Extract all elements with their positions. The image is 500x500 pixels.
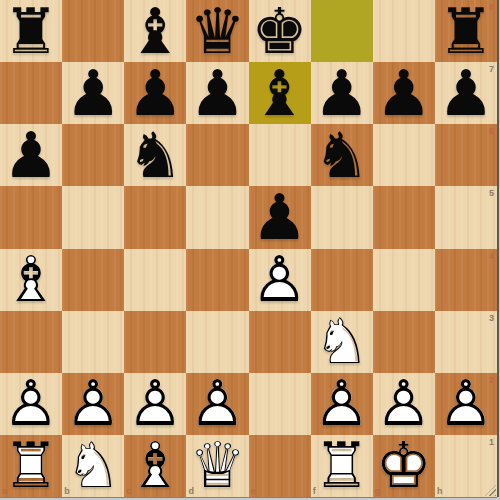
white-king-outline-icon: ♔ bbox=[376, 435, 432, 497]
square-c1[interactable]: ♝♗c bbox=[124, 435, 186, 497]
square-e3[interactable] bbox=[249, 311, 311, 373]
white-bishop-outline-icon: ♗ bbox=[3, 249, 59, 311]
piece-white-knight[interactable]: ♞♘ bbox=[65, 435, 121, 497]
square-d5[interactable] bbox=[186, 186, 248, 248]
square-f8[interactable] bbox=[311, 0, 373, 62]
piece-black-pawn[interactable]: ♟ bbox=[3, 124, 59, 186]
piece-black-bishop[interactable]: ♝ bbox=[127, 0, 183, 62]
piece-white-pawn[interactable]: ♟♙ bbox=[376, 373, 432, 435]
square-h5[interactable]: 5 bbox=[435, 186, 497, 248]
white-knight-outline-icon: ♘ bbox=[65, 435, 121, 497]
piece-black-rook[interactable]: ♜ bbox=[438, 0, 494, 62]
square-e1[interactable]: e bbox=[249, 435, 311, 497]
piece-white-king[interactable]: ♚♔ bbox=[376, 435, 432, 497]
square-d8[interactable]: ♛ bbox=[186, 0, 248, 62]
black-knight-icon: ♞ bbox=[313, 124, 369, 186]
white-rook-outline-icon: ♖ bbox=[313, 435, 369, 497]
square-f2[interactable]: ♟♙ bbox=[311, 373, 373, 435]
square-a6[interactable]: ♟ bbox=[0, 124, 62, 186]
black-pawn-icon: ♟ bbox=[438, 62, 494, 124]
piece-black-pawn[interactable]: ♟ bbox=[376, 62, 432, 124]
piece-black-pawn[interactable]: ♟ bbox=[65, 62, 121, 124]
square-e8[interactable]: ♚ bbox=[249, 0, 311, 62]
black-rook-icon: ♜ bbox=[438, 0, 494, 62]
square-c3[interactable] bbox=[124, 311, 186, 373]
piece-black-queen[interactable]: ♛ bbox=[189, 0, 245, 62]
square-b8[interactable] bbox=[62, 0, 124, 62]
square-g5[interactable] bbox=[373, 186, 435, 248]
piece-white-pawn[interactable]: ♟♙ bbox=[127, 373, 183, 435]
square-b7[interactable]: ♟ bbox=[62, 62, 124, 124]
square-a3[interactable] bbox=[0, 311, 62, 373]
white-pawn-outline-icon: ♙ bbox=[313, 373, 369, 435]
piece-black-pawn[interactable]: ♟ bbox=[127, 62, 183, 124]
square-d3[interactable] bbox=[186, 311, 248, 373]
square-f1[interactable]: ♜♖f bbox=[311, 435, 373, 497]
black-knight-icon: ♞ bbox=[127, 124, 183, 186]
square-a7[interactable] bbox=[0, 62, 62, 124]
rank-label-4: 4 bbox=[489, 251, 494, 261]
square-e6[interactable] bbox=[249, 124, 311, 186]
square-b3[interactable] bbox=[62, 311, 124, 373]
white-pawn-outline-icon: ♙ bbox=[3, 373, 59, 435]
piece-white-bishop[interactable]: ♝♗ bbox=[3, 249, 59, 311]
piece-black-pawn[interactable]: ♟ bbox=[189, 62, 245, 124]
square-c4[interactable] bbox=[124, 249, 186, 311]
square-d2[interactable]: ♟♙ bbox=[186, 373, 248, 435]
square-g8[interactable] bbox=[373, 0, 435, 62]
square-c6[interactable]: ♞ bbox=[124, 124, 186, 186]
white-pawn-outline-icon: ♙ bbox=[65, 373, 121, 435]
piece-black-bishop[interactable]: ♝ bbox=[251, 62, 307, 124]
square-h1[interactable]: 1h bbox=[435, 435, 497, 497]
square-a1[interactable]: ♜♖a bbox=[0, 435, 62, 497]
square-d6[interactable] bbox=[186, 124, 248, 186]
black-pawn-icon: ♟ bbox=[65, 62, 121, 124]
square-d7[interactable]: ♟ bbox=[186, 62, 248, 124]
square-f3[interactable]: ♞♘ bbox=[311, 311, 373, 373]
square-c2[interactable]: ♟♙ bbox=[124, 373, 186, 435]
piece-white-pawn[interactable]: ♟♙ bbox=[438, 373, 494, 435]
square-b1[interactable]: ♞♘b bbox=[62, 435, 124, 497]
white-pawn-outline-icon: ♙ bbox=[189, 373, 245, 435]
square-f4[interactable] bbox=[311, 249, 373, 311]
square-b2[interactable]: ♟♙ bbox=[62, 373, 124, 435]
white-pawn-outline-icon: ♙ bbox=[438, 373, 494, 435]
black-bishop-icon: ♝ bbox=[251, 62, 307, 124]
piece-black-pawn[interactable]: ♟ bbox=[438, 62, 494, 124]
black-pawn-icon: ♟ bbox=[376, 62, 432, 124]
piece-white-pawn[interactable]: ♟♙ bbox=[313, 373, 369, 435]
square-a5[interactable] bbox=[0, 186, 62, 248]
black-pawn-icon: ♟ bbox=[251, 186, 307, 248]
square-c5[interactable] bbox=[124, 186, 186, 248]
chess-board[interactable]: ♜♝♛♚♜8♟♟♟♝♟♟♟7♟♞♞6♟5♝♗♟♙4♞♘3♟♙♟♙♟♙♟♙♟♙♟♙… bbox=[0, 0, 497, 497]
black-bishop-icon: ♝ bbox=[127, 0, 183, 62]
piece-black-rook[interactable]: ♜ bbox=[3, 0, 59, 62]
file-label-e: e bbox=[251, 486, 256, 496]
square-g1[interactable]: ♚♔g bbox=[373, 435, 435, 497]
square-b5[interactable] bbox=[62, 186, 124, 248]
black-pawn-icon: ♟ bbox=[3, 124, 59, 186]
square-h7[interactable]: ♟7 bbox=[435, 62, 497, 124]
square-e5[interactable]: ♟ bbox=[249, 186, 311, 248]
square-g2[interactable]: ♟♙ bbox=[373, 373, 435, 435]
piece-black-knight[interactable]: ♞ bbox=[127, 124, 183, 186]
black-pawn-icon: ♟ bbox=[189, 62, 245, 124]
square-g4[interactable] bbox=[373, 249, 435, 311]
piece-white-knight[interactable]: ♞♘ bbox=[313, 311, 369, 373]
square-a2[interactable]: ♟♙ bbox=[0, 373, 62, 435]
square-h4[interactable]: 4 bbox=[435, 249, 497, 311]
square-g3[interactable] bbox=[373, 311, 435, 373]
white-rook-outline-icon: ♖ bbox=[3, 435, 59, 497]
black-pawn-icon: ♟ bbox=[313, 62, 369, 124]
piece-white-pawn[interactable]: ♟♙ bbox=[3, 373, 59, 435]
white-knight-outline-icon: ♘ bbox=[313, 311, 369, 373]
square-d1[interactable]: ♛♕d bbox=[186, 435, 248, 497]
rank-label-3: 3 bbox=[489, 313, 494, 323]
square-b6[interactable] bbox=[62, 124, 124, 186]
white-pawn-outline-icon: ♙ bbox=[376, 373, 432, 435]
piece-white-pawn[interactable]: ♟♙ bbox=[251, 249, 307, 311]
black-queen-icon: ♛ bbox=[189, 0, 245, 62]
black-pawn-icon: ♟ bbox=[127, 62, 183, 124]
square-h3[interactable]: 3 bbox=[435, 311, 497, 373]
square-h6[interactable]: 6 bbox=[435, 124, 497, 186]
piece-white-rook[interactable]: ♜♖ bbox=[3, 435, 59, 497]
piece-black-pawn[interactable]: ♟ bbox=[251, 186, 307, 248]
square-e2[interactable] bbox=[249, 373, 311, 435]
black-rook-icon: ♜ bbox=[3, 0, 59, 62]
square-e4[interactable]: ♟♙ bbox=[249, 249, 311, 311]
square-h8[interactable]: ♜8 bbox=[435, 0, 497, 62]
piece-black-pawn[interactable]: ♟ bbox=[313, 62, 369, 124]
square-f5[interactable] bbox=[311, 186, 373, 248]
rank-label-1: 1 bbox=[489, 437, 494, 447]
square-d4[interactable] bbox=[186, 249, 248, 311]
piece-white-queen[interactable]: ♛♕ bbox=[189, 435, 245, 497]
square-f7[interactable]: ♟ bbox=[311, 62, 373, 124]
rank-label-6: 6 bbox=[489, 126, 494, 136]
piece-black-king[interactable]: ♚ bbox=[251, 0, 307, 62]
piece-white-rook[interactable]: ♜♖ bbox=[313, 435, 369, 497]
black-king-icon: ♚ bbox=[251, 0, 307, 62]
square-h2[interactable]: ♟♙2 bbox=[435, 373, 497, 435]
square-a8[interactable]: ♜ bbox=[0, 0, 62, 62]
file-label-h: h bbox=[437, 486, 443, 496]
square-g6[interactable] bbox=[373, 124, 435, 186]
square-c7[interactable]: ♟ bbox=[124, 62, 186, 124]
white-pawn-outline-icon: ♙ bbox=[127, 373, 183, 435]
rank-label-5: 5 bbox=[489, 188, 494, 198]
square-f6[interactable]: ♞ bbox=[311, 124, 373, 186]
white-bishop-outline-icon: ♗ bbox=[127, 435, 183, 497]
square-e7[interactable]: ♝ bbox=[249, 62, 311, 124]
square-a4[interactable]: ♝♗ bbox=[0, 249, 62, 311]
white-pawn-outline-icon: ♙ bbox=[251, 249, 307, 311]
piece-black-knight[interactable]: ♞ bbox=[313, 124, 369, 186]
piece-white-pawn[interactable]: ♟♙ bbox=[65, 373, 121, 435]
page: ♜♝♛♚♜8♟♟♟♝♟♟♟7♟♞♞6♟5♝♗♟♙4♞♘3♟♙♟♙♟♙♟♙♟♙♟♙… bbox=[0, 0, 500, 500]
white-queen-outline-icon: ♕ bbox=[189, 435, 245, 497]
piece-white-pawn[interactable]: ♟♙ bbox=[189, 373, 245, 435]
square-c8[interactable]: ♝ bbox=[124, 0, 186, 62]
square-b4[interactable] bbox=[62, 249, 124, 311]
square-g7[interactable]: ♟ bbox=[373, 62, 435, 124]
piece-white-bishop[interactable]: ♝♗ bbox=[127, 435, 183, 497]
